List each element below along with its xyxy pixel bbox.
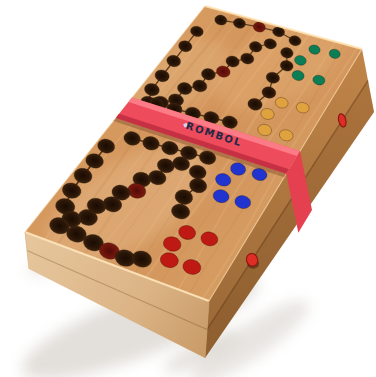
product-photo-canvas: ◆ ROMBOL [0, 0, 376, 377]
wooden-game-box-photo: ◆ ROMBOL [0, 0, 376, 377]
